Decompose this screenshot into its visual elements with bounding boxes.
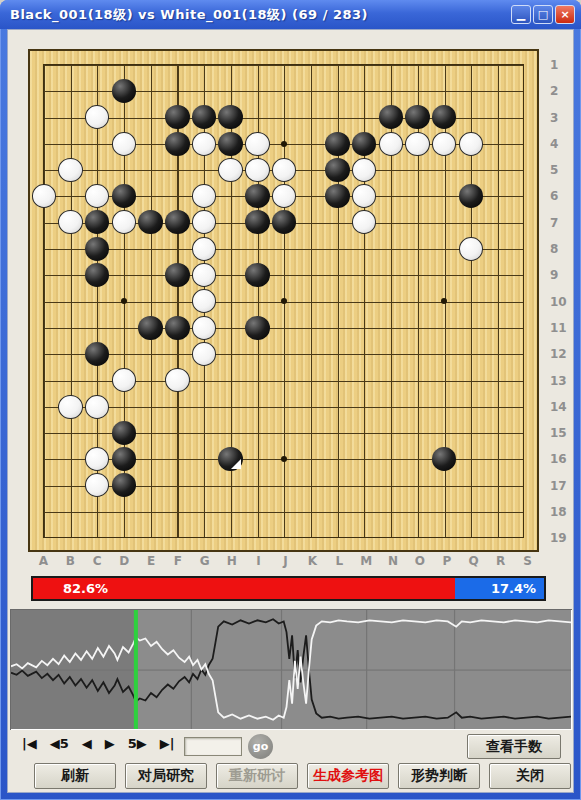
last-move-button[interactable]: ▶|: [160, 736, 175, 751]
row-label-17: 17: [550, 473, 576, 499]
restudy-button[interactable]: 重新研讨: [216, 763, 298, 789]
black-stone-F7: [165, 210, 190, 234]
intersection-C7[interactable]: [84, 209, 111, 235]
white-stone-D7: [112, 210, 137, 234]
intersection-A6[interactable]: [31, 183, 58, 209]
intersection-P16[interactable]: [431, 446, 458, 472]
intersection-P3[interactable]: [431, 104, 458, 130]
row-label-13: 13: [550, 367, 576, 393]
black-stone-I7: [245, 210, 270, 234]
intersection-H3[interactable]: [217, 104, 244, 130]
black-stone-P16: [432, 447, 457, 471]
star-point-J4[interactable]: [271, 130, 298, 156]
intersection-P4[interactable]: [431, 130, 458, 156]
black-stone-H16: [218, 447, 243, 471]
intersection-D13[interactable]: [111, 367, 138, 393]
row-label-7: 7: [550, 210, 576, 236]
intersection-I9[interactable]: [244, 262, 271, 288]
white-stone-B5: [58, 158, 83, 182]
intersection-D4[interactable]: [111, 130, 138, 156]
intersection-E7[interactable]: [137, 209, 164, 235]
intersection-B7[interactable]: [57, 209, 84, 235]
intersection-D2[interactable]: [111, 78, 138, 104]
white-stone-C14: [85, 395, 110, 419]
row-label-12: 12: [550, 341, 576, 367]
white-stone-J6: [272, 184, 297, 208]
row-label-4: 4: [550, 131, 576, 157]
white-stone-M7: [352, 210, 377, 234]
intersection-N4[interactable]: [377, 130, 404, 156]
intersection-Q6[interactable]: [458, 183, 485, 209]
refresh-button[interactable]: 刷新: [34, 763, 116, 789]
intersection-N3[interactable]: [377, 104, 404, 130]
game-study-button[interactable]: 对局研究: [125, 763, 207, 789]
intersection-G10[interactable]: [191, 288, 218, 314]
white-stone-Q4: [459, 132, 484, 156]
intersection-H5[interactable]: [217, 157, 244, 183]
black-stone-D16: [112, 447, 137, 471]
intersection-L5[interactable]: [324, 157, 351, 183]
black-stone-F4: [165, 132, 190, 156]
col-label-L: L: [326, 554, 353, 570]
intersection-G4[interactable]: [191, 130, 218, 156]
white-stone-G6: [192, 184, 217, 208]
white-stone-G7: [192, 210, 217, 234]
black-stone-F11: [165, 316, 190, 340]
intersection-I6[interactable]: [244, 183, 271, 209]
col-label-M: M: [353, 554, 380, 570]
star-point-D10[interactable]: [111, 288, 138, 314]
intersection-G7[interactable]: [191, 209, 218, 235]
row-label-3: 3: [550, 104, 576, 130]
black-winrate-segment: 82.6%: [33, 578, 455, 599]
intersection-C8[interactable]: [84, 236, 111, 262]
white-winrate-label: 17.4%: [483, 581, 544, 596]
intersection-I5[interactable]: [244, 157, 271, 183]
intersection-I4[interactable]: [244, 130, 271, 156]
intersection-C14[interactable]: [84, 393, 111, 419]
forward-button[interactable]: ▶: [105, 736, 115, 751]
game-window: Black_001(18级) vs White_001(18级) (69 / 2…: [0, 0, 581, 800]
black-stone-F9: [165, 263, 190, 287]
star-point-dot: [281, 456, 287, 462]
intersection-G11[interactable]: [191, 314, 218, 340]
black-stone-D6: [112, 184, 137, 208]
intersection-D6[interactable]: [111, 183, 138, 209]
intersection-C12[interactable]: [84, 341, 111, 367]
star-point-dot: [121, 298, 127, 304]
intersection-G3[interactable]: [191, 104, 218, 130]
row-label-5: 5: [550, 157, 576, 183]
intersection-Q4[interactable]: [458, 130, 485, 156]
black-stone-E11: [138, 316, 163, 340]
black-stone-D15: [112, 421, 137, 445]
intersection-D7[interactable]: [111, 209, 138, 235]
go-board[interactable]: [28, 49, 539, 552]
intersection-H16[interactable]: [217, 446, 244, 472]
white-stone-N4: [379, 132, 404, 156]
intersection-C17[interactable]: [84, 472, 111, 498]
intersection-F9[interactable]: [164, 262, 191, 288]
white-stone-B7: [58, 210, 83, 234]
star-point-dot: [281, 298, 287, 304]
col-label-N: N: [380, 554, 407, 570]
white-stone-G8: [192, 237, 217, 261]
winrate-bar: 82.6% 17.4%: [31, 576, 546, 601]
row-label-16: 16: [550, 446, 576, 472]
star-point-J16[interactable]: [271, 446, 298, 472]
intersection-E11[interactable]: [137, 314, 164, 340]
col-label-D: D: [111, 554, 138, 570]
intersection-B5[interactable]: [57, 157, 84, 183]
intersection-F4[interactable]: [164, 130, 191, 156]
row-label-2: 2: [550, 78, 576, 104]
last-move-marker: [231, 459, 241, 469]
intersection-L6[interactable]: [324, 183, 351, 209]
intersection-J5[interactable]: [271, 157, 298, 183]
black-stone-L5: [325, 158, 350, 182]
white-stone-P4: [432, 132, 457, 156]
intersection-C9[interactable]: [84, 262, 111, 288]
intersection-O4[interactable]: [404, 130, 431, 156]
row-label-18: 18: [550, 499, 576, 525]
black-stone-H3: [218, 105, 243, 129]
white-stone-H5: [218, 158, 243, 182]
intersection-G8[interactable]: [191, 236, 218, 262]
intersection-M7[interactable]: [351, 209, 378, 235]
black-stone-E7: [138, 210, 163, 234]
title-bar[interactable]: Black_001(18级) vs White_001(18级) (69 / 2…: [0, 0, 581, 29]
white-stone-C17: [85, 473, 110, 497]
white-stone-I5: [245, 158, 270, 182]
col-label-E: E: [138, 554, 165, 570]
intersection-Q8[interactable]: [458, 236, 485, 262]
intersection-D17[interactable]: [111, 472, 138, 498]
go-button[interactable]: go: [248, 734, 273, 759]
position-judgement-button[interactable]: 形势判断: [398, 763, 480, 789]
intersection-H4[interactable]: [217, 130, 244, 156]
close-dialog-button[interactable]: 关闭: [489, 763, 571, 789]
black-stone-C9: [85, 263, 110, 287]
white-stone-I4: [245, 132, 270, 156]
intersection-M4[interactable]: [351, 130, 378, 156]
white-stone-C3: [85, 105, 110, 129]
col-label-A: A: [30, 554, 57, 570]
black-stone-D2: [112, 79, 137, 103]
white-stone-G4: [192, 132, 217, 156]
forward-5-button[interactable]: 5▶: [128, 736, 147, 751]
col-label-H: H: [218, 554, 245, 570]
intersection-J7[interactable]: [271, 209, 298, 235]
intersection-L4[interactable]: [324, 130, 351, 156]
black-stone-N3: [379, 105, 404, 129]
row-label-6: 6: [550, 183, 576, 209]
close-button[interactable]: ×: [555, 5, 575, 24]
white-stone-G10: [192, 289, 217, 313]
intersection-J6[interactable]: [271, 183, 298, 209]
row-label-8: 8: [550, 236, 576, 262]
black-stone-I9: [245, 263, 270, 287]
row-label-9: 9: [550, 262, 576, 288]
col-label-P: P: [433, 554, 460, 570]
intersection-C3[interactable]: [84, 104, 111, 130]
col-label-O: O: [406, 554, 433, 570]
row-label-10: 10: [550, 288, 576, 314]
intersection-B14[interactable]: [57, 393, 84, 419]
star-point-dot: [281, 141, 287, 147]
intersection-F7[interactable]: [164, 209, 191, 235]
navigation-bar: |◀ ◀5 ◀ ▶ 5▶ ▶| go 查看手数: [8, 732, 573, 760]
black-stone-L6: [325, 184, 350, 208]
intersection-G12[interactable]: [191, 341, 218, 367]
row-label-15: 15: [550, 420, 576, 446]
intersection-C6[interactable]: [84, 183, 111, 209]
window-title: Black_001(18级) vs White_001(18级) (69 / 2…: [10, 6, 511, 24]
white-stone-A6: [32, 184, 57, 208]
maximize-button[interactable]: □: [533, 5, 553, 24]
intersection-O3[interactable]: [404, 104, 431, 130]
black-stone-C8: [85, 237, 110, 261]
row-coordinates: 12345678910111213141516171819: [550, 52, 576, 552]
row-label-11: 11: [550, 315, 576, 341]
white-stone-J5: [272, 158, 297, 182]
white-stone-G12: [192, 342, 217, 366]
current-move-marker-line: [134, 610, 138, 729]
back-5-button[interactable]: ◀5: [50, 736, 69, 751]
black-stone-D17: [112, 473, 137, 497]
star-point-dot: [441, 298, 447, 304]
black-stone-M4: [352, 132, 377, 156]
white-stone-C16: [85, 447, 110, 471]
intersection-M5[interactable]: [351, 157, 378, 183]
intersection-M6[interactable]: [351, 183, 378, 209]
intersection-F13[interactable]: [164, 367, 191, 393]
col-label-I: I: [245, 554, 272, 570]
white-stone-Q8: [459, 237, 484, 261]
star-point-P10[interactable]: [431, 288, 458, 314]
col-label-R: R: [487, 554, 514, 570]
stones-layer: [31, 52, 538, 552]
white-stone-B14: [58, 395, 83, 419]
col-label-C: C: [84, 554, 111, 570]
black-stone-G3: [192, 105, 217, 129]
move-number-input[interactable]: [184, 737, 242, 756]
back-button[interactable]: ◀: [82, 736, 92, 751]
col-label-B: B: [57, 554, 84, 570]
intersection-D16[interactable]: [111, 446, 138, 472]
star-point-J10[interactable]: [271, 288, 298, 314]
white-winrate-segment: 17.4%: [455, 578, 544, 599]
white-stone-G11: [192, 316, 217, 340]
intersection-D15[interactable]: [111, 420, 138, 446]
row-label-19: 19: [550, 525, 576, 551]
white-stone-M6: [352, 184, 377, 208]
action-button-row: 刷新 对局研究 重新研讨 生成参考图 形势判断 关闭: [34, 763, 571, 790]
white-stone-F13: [165, 368, 190, 392]
row-label-1: 1: [550, 52, 576, 78]
black-stone-C7: [85, 210, 110, 234]
white-stone-M5: [352, 158, 377, 182]
white-stone-D13: [112, 368, 137, 392]
client-area: ABCDEFGHIJKLMNOPQRS 12345678910111213141…: [7, 29, 574, 793]
black-stone-O3: [405, 105, 430, 129]
black-stone-I11: [245, 316, 270, 340]
black-stone-L4: [325, 132, 350, 156]
col-label-S: S: [514, 554, 541, 570]
column-coordinates: ABCDEFGHIJKLMNOPQRS: [30, 554, 541, 570]
black-stone-C12: [85, 342, 110, 366]
view-moves-button[interactable]: 查看手数: [467, 734, 561, 759]
black-stone-H4: [218, 132, 243, 156]
row-label-14: 14: [550, 394, 576, 420]
col-label-K: K: [299, 554, 326, 570]
intersection-I7[interactable]: [244, 209, 271, 235]
white-stone-G9: [192, 263, 217, 287]
black-stone-J7: [272, 210, 297, 234]
winrate-graph[interactable]: 82.6 17.4: [10, 609, 572, 730]
black-winrate-label: 82.6%: [33, 581, 116, 596]
black-stone-Q6: [459, 184, 484, 208]
intersection-I11[interactable]: [244, 314, 271, 340]
generate-reference-button[interactable]: 生成参考图: [307, 763, 389, 789]
black-stone-P3: [432, 105, 457, 129]
col-label-G: G: [191, 554, 218, 570]
white-stone-C6: [85, 184, 110, 208]
minimize-button[interactable]: ▁: [511, 5, 531, 24]
black-stone-I6: [245, 184, 270, 208]
intersection-C16[interactable]: [84, 446, 111, 472]
intersection-G6[interactable]: [191, 183, 218, 209]
intersection-F3[interactable]: [164, 104, 191, 130]
white-stone-O4: [405, 132, 430, 156]
black-stone-F3: [165, 105, 190, 129]
first-move-button[interactable]: |◀: [22, 736, 37, 751]
winrate-graph-plot: [11, 610, 571, 729]
col-label-J: J: [272, 554, 299, 570]
intersection-G9[interactable]: [191, 262, 218, 288]
col-label-F: F: [164, 554, 191, 570]
white-stone-D4: [112, 132, 137, 156]
intersection-F11[interactable]: [164, 314, 191, 340]
col-label-Q: Q: [460, 554, 487, 570]
